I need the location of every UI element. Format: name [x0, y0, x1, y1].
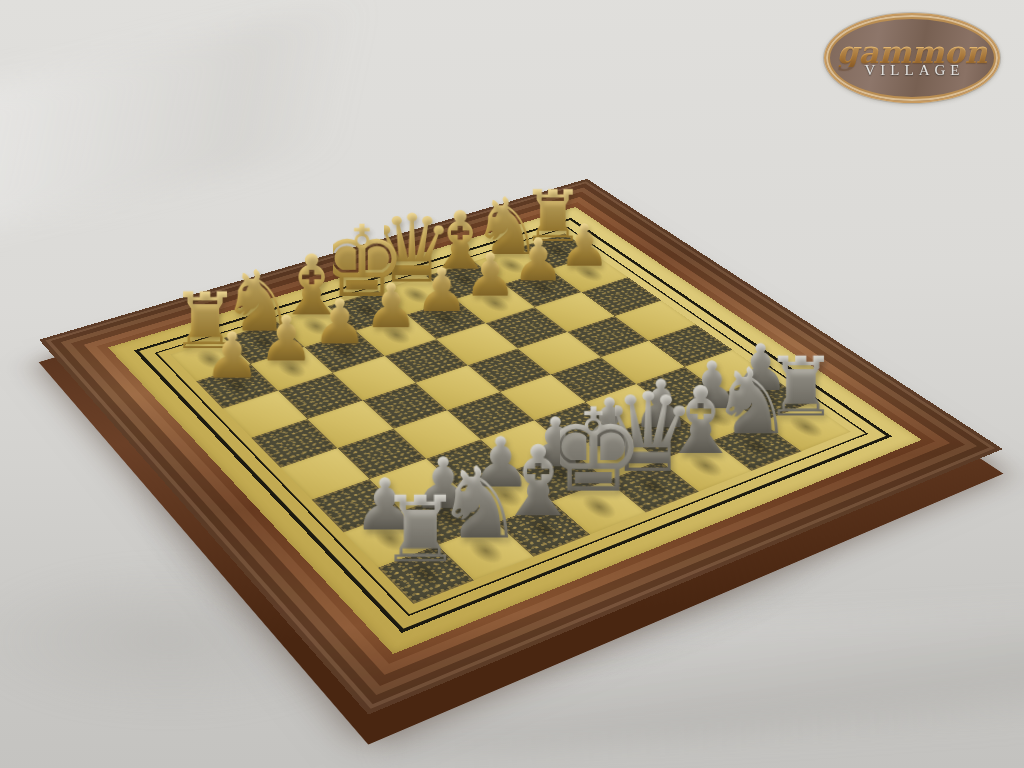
rook-glyph: ♜	[379, 484, 461, 576]
pawn-glyph: ♟	[258, 307, 314, 370]
chess-board: ♜♟♟♜♞♟♟♞♝♟♟♝♛♟♟♛♚♟♟♚♝♟♟♝♞♟♟♞♜♟♟♜	[39, 179, 1003, 715]
piece-brass-white-pawn[interactable]: ♟	[256, 203, 316, 370]
piece-brass-white-pawn[interactable]: ♟	[201, 218, 262, 387]
logo-text-village: VILLAGE	[860, 62, 965, 79]
pawn-glyph: ♟	[363, 275, 418, 336]
piece-pewter-black-rook[interactable]: ♜	[385, 381, 456, 576]
pawn-glyph: ♟	[463, 245, 516, 305]
pawn-glyph: ♟	[203, 324, 260, 388]
pawn-glyph: ♟	[414, 260, 468, 320]
photo-background: ♜♟♟♜♞♟♟♞♝♟♟♝♛♟♟♛♚♟♟♚♝♟♟♝♞♟♟♞♜♟♟♜ gammon …	[0, 0, 1024, 768]
board-squares-grid: ♜♟♟♜♞♟♟♞♝♟♟♝♛♟♟♛♚♟♟♚♝♟♟♝♞♟♟♞♜♟♟♜	[170, 233, 850, 604]
piece-brass-white-pawn[interactable]: ♟	[309, 188, 369, 353]
pawn-glyph: ♟	[311, 291, 367, 353]
chess-scene: ♜♟♟♜♞♟♟♞♝♟♟♝♛♟♟♛♚♟♟♚♝♟♟♝♞♟♟♞♜♟♟♜	[0, 0, 1024, 768]
square-h8[interactable]: ♜	[378, 545, 475, 604]
pawn-glyph: ♟	[511, 231, 564, 290]
piece-brass-white-pawn[interactable]: ♟	[362, 174, 421, 337]
gammonvillage-logo: gammon VILLAGE	[824, 13, 1000, 103]
piece-brass-white-pawn[interactable]: ♟	[412, 160, 470, 320]
